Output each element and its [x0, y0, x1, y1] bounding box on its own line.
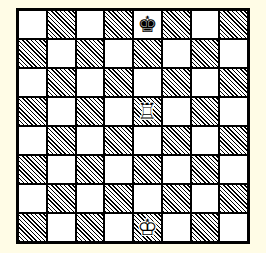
square-a8[interactable]: [19, 11, 46, 38]
square-g8[interactable]: [192, 11, 219, 38]
square-g7[interactable]: [192, 40, 219, 67]
square-g4[interactable]: [192, 127, 219, 154]
square-f8[interactable]: [163, 11, 190, 38]
square-c1[interactable]: [77, 214, 104, 241]
square-h2[interactable]: [220, 185, 247, 212]
square-f1[interactable]: [163, 214, 190, 241]
square-d6[interactable]: [105, 69, 132, 96]
square-f5[interactable]: [163, 98, 190, 125]
chess-diagram-page: ♚♜♖♚♔: [0, 0, 266, 253]
square-e1[interactable]: ♚♔: [134, 214, 161, 241]
square-g1[interactable]: [192, 214, 219, 241]
square-c2[interactable]: [77, 185, 104, 212]
square-b7[interactable]: [48, 40, 75, 67]
square-h7[interactable]: [220, 40, 247, 67]
square-e7[interactable]: [134, 40, 161, 67]
square-a2[interactable]: [19, 185, 46, 212]
square-d7[interactable]: [105, 40, 132, 67]
chessboard: ♚♜♖♚♔: [16, 8, 250, 244]
square-e6[interactable]: [134, 69, 161, 96]
square-d1[interactable]: [105, 214, 132, 241]
square-e5[interactable]: ♜♖: [134, 98, 161, 125]
square-e3[interactable]: [134, 156, 161, 183]
square-f3[interactable]: [163, 156, 190, 183]
square-d5[interactable]: [105, 98, 132, 125]
square-b4[interactable]: [48, 127, 75, 154]
square-h3[interactable]: [220, 156, 247, 183]
square-a5[interactable]: [19, 98, 46, 125]
square-g6[interactable]: [192, 69, 219, 96]
square-b8[interactable]: [48, 11, 75, 38]
white-rook[interactable]: ♜♖: [134, 98, 161, 125]
square-g5[interactable]: [192, 98, 219, 125]
square-d4[interactable]: [105, 127, 132, 154]
white-king-icon: ♔: [138, 217, 158, 239]
square-h6[interactable]: [220, 69, 247, 96]
square-f2[interactable]: [163, 185, 190, 212]
square-a3[interactable]: [19, 156, 46, 183]
square-a6[interactable]: [19, 69, 46, 96]
square-a4[interactable]: [19, 127, 46, 154]
square-h4[interactable]: [220, 127, 247, 154]
square-g2[interactable]: [192, 185, 219, 212]
square-f6[interactable]: [163, 69, 190, 96]
square-d8[interactable]: [105, 11, 132, 38]
square-e4[interactable]: [134, 127, 161, 154]
square-c4[interactable]: [77, 127, 104, 154]
square-a1[interactable]: [19, 214, 46, 241]
square-b2[interactable]: [48, 185, 75, 212]
square-c8[interactable]: [77, 11, 104, 38]
black-king-icon: ♚: [138, 14, 158, 36]
square-a7[interactable]: [19, 40, 46, 67]
square-f4[interactable]: [163, 127, 190, 154]
square-d2[interactable]: [105, 185, 132, 212]
black-king[interactable]: ♚: [134, 11, 161, 38]
white-rook-icon: ♖: [138, 101, 158, 123]
square-c6[interactable]: [77, 69, 104, 96]
square-e2[interactable]: [134, 185, 161, 212]
square-b1[interactable]: [48, 214, 75, 241]
square-e8[interactable]: ♚: [134, 11, 161, 38]
square-c5[interactable]: [77, 98, 104, 125]
square-b3[interactable]: [48, 156, 75, 183]
square-f7[interactable]: [163, 40, 190, 67]
square-h8[interactable]: [220, 11, 247, 38]
square-d3[interactable]: [105, 156, 132, 183]
white-king[interactable]: ♚♔: [134, 214, 161, 241]
square-c7[interactable]: [77, 40, 104, 67]
square-b5[interactable]: [48, 98, 75, 125]
square-c3[interactable]: [77, 156, 104, 183]
square-b6[interactable]: [48, 69, 75, 96]
square-g3[interactable]: [192, 156, 219, 183]
square-h1[interactable]: [220, 214, 247, 241]
square-h5[interactable]: [220, 98, 247, 125]
